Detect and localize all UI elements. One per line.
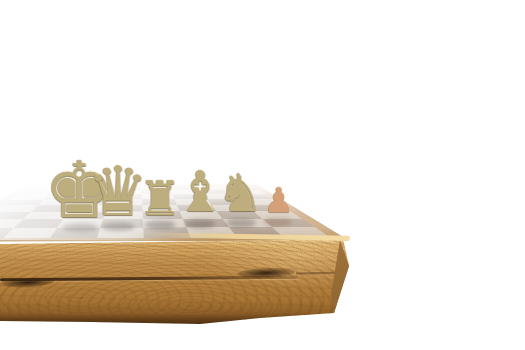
photo-canvas: ♚ ♛ ♜ ♝ ♞ ♟ bbox=[0, 0, 525, 350]
pink-pawn-piece: ♟ bbox=[257, 183, 301, 217]
